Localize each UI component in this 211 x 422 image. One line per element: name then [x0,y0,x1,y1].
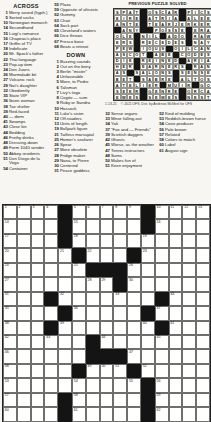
grid-cell[interactable]: 54 [72,378,86,392]
grid-cell[interactable] [100,292,114,306]
grid-cell[interactable] [141,277,155,291]
grid-cell[interactable]: 30 [127,277,141,291]
clue-text: Beats a retreat [60,44,88,49]
grid-cell[interactable] [155,277,169,291]
clues-column-2: 55Plaza59Opposite of altruists62Gummy63C… [53,3,99,174]
grid-cell[interactable] [196,263,210,277]
grid-cell[interactable] [100,321,114,335]
down-clue-51: 51Keen enjoyment [104,164,155,169]
grid-cell[interactable]: 58 [72,393,86,407]
grid-cell[interactable] [196,234,210,248]
grid-cell[interactable]: 46 [3,349,17,363]
grid-cell[interactable]: 31 [3,292,17,306]
grid-cell[interactable]: 48 [3,364,17,378]
cell-number: 13 [198,206,202,210]
grid-cell[interactable] [86,292,100,306]
cell-number: 59 [157,394,161,398]
grid-cell[interactable] [86,306,100,320]
grid-cell[interactable] [141,335,155,349]
grid-cell[interactable] [17,277,31,291]
grid-cell[interactable] [196,321,210,335]
grid-cell[interactable] [17,219,31,233]
grid-cell[interactable] [127,393,141,407]
grid-cell[interactable] [113,306,127,320]
grid-cell[interactable] [182,378,196,392]
cell-number: 34 [170,293,174,297]
grid-cell[interactable]: 18 [72,234,86,248]
grid-cell[interactable] [196,393,210,407]
grid-cell[interactable]: 39 [58,321,72,335]
grid-cell[interactable]: 40 [141,321,155,335]
grid-cell[interactable]: 43 [44,335,58,349]
grid-cell[interactable] [182,349,196,363]
grid-cell[interactable] [182,393,196,407]
grid-cell[interactable] [100,248,114,262]
grid-cell[interactable] [196,349,210,363]
grid-cell[interactable] [58,263,72,277]
cell-number: 25 [74,264,78,268]
grid-cell[interactable]: 52 [141,364,155,378]
grid-cell[interactable] [113,219,127,233]
grid-cell[interactable] [31,277,45,291]
grid-cell[interactable] [196,292,210,306]
grid-cell-black [44,321,58,335]
grid-cell[interactable] [31,321,45,335]
grid-cell[interactable] [100,219,114,233]
grid-cell[interactable] [141,292,155,306]
across-header: ACROSS [2,3,50,9]
grid-cell[interactable] [31,335,45,349]
grid-cell[interactable]: 1 [3,205,17,219]
grid-cell[interactable] [196,277,210,291]
syndication-line: 1-13-21© 2021 UFS, Dist. by Andrews McMe… [105,102,211,106]
grid-cell[interactable]: 35 [3,306,17,320]
cell-number: 50 [101,365,105,369]
grid-cell[interactable] [155,349,169,363]
grid-cell[interactable] [31,292,45,306]
grid-cell[interactable] [44,306,58,320]
cell-number: 60 [5,409,9,413]
grid-cell[interactable] [31,306,45,320]
down-clues-column-4: 52Kind of molding53Reddish-brown horse54… [158,112,210,154]
grid-cell[interactable] [86,378,100,392]
down-clues-column-3: 32Sense organs33Minor falling-out34Yak37… [104,112,155,169]
across-clues-column-1: ACROSS 1Merry sound (hyph.)5Sorted socks… [2,3,50,172]
grid-cell-black [127,248,141,262]
grid-cell[interactable]: 17 [3,234,17,248]
grid-cell[interactable] [58,335,72,349]
grid-cell-black [113,263,127,277]
grid-cell[interactable] [155,263,169,277]
grid-cell[interactable] [182,306,196,320]
grid-cell[interactable] [31,378,45,392]
cell-number: 7 [101,206,103,210]
grid-cell[interactable] [44,393,58,407]
grid-cell[interactable] [100,306,114,320]
grid-cell[interactable]: 14 [3,219,17,233]
grid-cell[interactable] [127,407,141,421]
grid-cell[interactable]: 27 [3,277,17,291]
across-clues-continued: 55Plaza59Opposite of altruists62Gummy63C… [53,3,99,49]
grid-cell[interactable] [182,248,196,262]
cell-number: 58 [74,394,78,398]
grid-cell[interactable]: 26 [127,263,141,277]
grid-cell-black [58,306,72,320]
grid-cell[interactable]: 37 [155,306,169,320]
grid-cell-black [113,277,127,291]
grid-cell[interactable] [31,407,45,421]
grid-cell[interactable]: 10 [155,205,169,219]
grid-cell[interactable] [86,219,100,233]
grid-cell-black [58,393,72,407]
grid-cell[interactable]: 32 [58,292,72,306]
solved-cell: T [205,94,211,100]
down-clue-31: 31Peace goddess [53,169,99,174]
grid-cell[interactable] [127,219,141,233]
grid-cell-black [86,349,100,363]
grid-cell[interactable]: 15 [72,219,86,233]
grid-cell[interactable] [196,335,210,349]
grid-cell[interactable]: 49 [86,364,100,378]
grid-cell[interactable] [182,407,196,421]
clue-number: 54 [2,167,8,172]
crossword-page: { "game": "crossword", "grid_size": 15, … [0,0,211,422]
grid-cell[interactable] [169,277,183,291]
grid-cell[interactable]: 2 [17,205,31,219]
grid-cell[interactable]: 8 [113,205,127,219]
grid-cell[interactable] [44,277,58,291]
grid-cell[interactable] [31,393,45,407]
grid-cell[interactable] [182,234,196,248]
grid-cell[interactable]: 25 [72,263,86,277]
cell-number: 55 [129,380,133,384]
clue-number: 51 [2,157,8,162]
grid-cell[interactable] [17,393,31,407]
clue-text: Keen enjoyment [111,163,142,168]
grid-cell[interactable] [44,349,58,363]
grid-cell[interactable] [17,364,31,378]
grid-cell[interactable] [169,219,183,233]
grid-cell[interactable] [169,234,183,248]
clue-number: 51 [104,164,110,169]
grid-cell[interactable] [155,364,169,378]
cell-number: 17 [5,235,9,239]
grid-cell[interactable] [169,393,183,407]
grid-cell[interactable]: 38 [3,321,17,335]
grid-cell[interactable]: 56 [155,378,169,392]
grid-cell[interactable]: 59 [155,393,169,407]
grid-cell[interactable] [44,364,58,378]
grid-cell[interactable] [86,321,100,335]
grid-cell[interactable]: 16 [155,219,169,233]
previous-puzzle-grid: SPATOSCARPICSEIREATRIAALEEANTETEARJERKER… [113,8,211,101]
across-clue-54: 54Container [2,167,50,172]
grid-cell[interactable] [182,277,196,291]
grid-cell[interactable] [141,263,155,277]
grid-cell[interactable]: 24 [3,263,17,277]
cell-number: 29 [101,279,105,283]
grid-cell[interactable]: 22 [86,248,100,262]
grid-cell-black [141,219,155,233]
cell-number: 38 [5,322,9,326]
grid-cell[interactable]: 11 [169,205,183,219]
grid-cell[interactable] [127,234,141,248]
cell-number: 10 [157,206,161,210]
grid-cell[interactable] [31,234,45,248]
grid-cell[interactable] [17,407,31,421]
cell-number: 31 [5,293,9,297]
grid-cell[interactable] [196,364,210,378]
grid-cell[interactable] [182,321,196,335]
grid-cell[interactable]: 4 [44,205,58,219]
cell-number: 42 [5,336,9,340]
grid-cell[interactable] [169,378,183,392]
grid-cell[interactable] [17,306,31,320]
grid-cell[interactable] [196,378,210,392]
grid-cell[interactable]: 23 [141,248,155,262]
grid-cell[interactable] [182,292,196,306]
grid-cell[interactable] [17,349,31,363]
down-clues-part-1: 1Buzzing sounds2Out on the briny3Berlin … [53,60,99,174]
grid-cell[interactable] [44,234,58,248]
grid-cell[interactable] [72,349,86,363]
cell-number: 40 [143,322,147,326]
grid-cell[interactable] [44,219,58,233]
grid-cell[interactable] [169,263,183,277]
cell-number: 23 [143,250,147,254]
grid-cell[interactable] [196,306,210,320]
clue-number: 31 [53,169,59,174]
cell-number: 1 [5,206,7,210]
across-clue-68: 68Beats a retreat [53,45,99,50]
clue-text: August sign [165,148,187,153]
grid-cell[interactable]: 51 [113,364,127,378]
grid-cell-black [86,335,100,349]
grid-cell[interactable]: 7 [100,205,114,219]
grid-cell[interactable]: 36 [72,306,86,320]
grid-cell[interactable] [127,321,141,335]
grid-cell-black [58,219,72,233]
cell-number: 41 [170,322,174,326]
grid-cell[interactable]: 29 [100,277,114,291]
grid-cell[interactable]: 19 [141,234,155,248]
grid-cell[interactable] [196,248,210,262]
grid-cell-black [141,205,155,219]
grid-cell[interactable]: 34 [169,292,183,306]
down-header: DOWN [53,52,99,58]
grid-cell[interactable] [58,349,72,363]
grid-cell[interactable] [113,234,127,248]
grid-cell[interactable] [113,335,127,349]
grid-cell[interactable]: 47 [127,349,141,363]
grid-cell[interactable] [169,349,183,363]
grid-cell[interactable]: 60 [3,407,17,421]
cell-number: 61 [74,409,78,413]
cell-number: 33 [115,293,119,297]
grid-cell[interactable]: 61 [72,407,86,421]
grid-cell[interactable]: 41 [169,321,183,335]
grid-cell-black [100,263,114,277]
cell-number: 32 [60,293,64,297]
cell-number: 15 [74,221,78,225]
grid-cell[interactable] [58,364,72,378]
grid-cell[interactable] [31,364,45,378]
down-clue-61: 61August sign [158,149,210,154]
grid-cell[interactable] [31,219,45,233]
clue-text: Peace goddess [60,168,90,173]
grid-cell[interactable] [113,321,127,335]
grid-cell[interactable]: 20 [3,248,17,262]
grid-cell[interactable] [169,335,183,349]
grid-cell[interactable] [17,234,31,248]
grid-cell[interactable] [86,393,100,407]
puzzle-date: 1-13-21 [105,102,117,106]
grid-cell[interactable] [196,407,210,421]
cell-number: 19 [143,235,147,239]
grid-cell[interactable] [17,248,31,262]
cell-number: 45 [157,336,161,340]
grid-cell[interactable] [127,306,141,320]
grid-cell-black [155,292,169,306]
grid-cell[interactable] [72,335,86,349]
grid-cell[interactable] [17,335,31,349]
grid-cell[interactable] [58,277,72,291]
grid-cell[interactable]: 57 [3,393,17,407]
grid-cell[interactable]: 55 [127,378,141,392]
grid-cell-black [58,234,72,248]
grid-cell[interactable] [72,321,86,335]
grid-cell[interactable] [86,407,100,421]
grid-cell[interactable] [182,263,196,277]
grid-cell[interactable] [127,292,141,306]
grid-cell[interactable]: 3 [31,205,45,219]
cell-number: 49 [88,365,92,369]
grid-cell-black [100,349,114,363]
grid-cell[interactable] [100,393,114,407]
grid-cell[interactable]: 6 [86,205,100,219]
grid-cell[interactable] [31,248,45,262]
cell-number: 4 [46,206,48,210]
grid-cell[interactable] [17,263,31,277]
grid-cell-black [72,364,86,378]
grid-cell[interactable] [182,219,196,233]
grid-cell[interactable] [169,407,183,421]
grid-cell-black [155,321,169,335]
grid-cell[interactable] [141,349,155,363]
grid-cell[interactable] [169,248,183,262]
cell-number: 8 [115,206,117,210]
cell-number: 6 [88,206,90,210]
grid-cell-black [141,407,155,421]
clue-number: 61 [158,149,164,154]
grid-cell[interactable] [169,364,183,378]
cell-number: 14 [5,221,9,225]
grid-cell[interactable] [17,378,31,392]
grid-cell[interactable] [72,292,86,306]
grid-cell-black [58,205,72,219]
grid-cell[interactable] [196,219,210,233]
grid-cell-black [113,349,127,363]
grid-cell[interactable] [44,263,58,277]
cell-number: 3 [32,206,34,210]
grid-cell[interactable] [72,277,86,291]
cell-number: 47 [129,351,133,355]
cell-number: 18 [74,235,78,239]
grid-cell[interactable]: 13 [196,205,210,219]
grid-cell-black [141,306,155,320]
grid-cell[interactable] [58,378,72,392]
grid-cell[interactable] [155,234,169,248]
previous-puzzle-header: PREVIOUS PUZZLE SOLVED [104,1,211,6]
grid-cell[interactable] [169,306,183,320]
grid-cell[interactable] [155,248,169,262]
grid-cell[interactable] [31,349,45,363]
grid-cell[interactable] [17,321,31,335]
grid-cell[interactable] [182,335,196,349]
grid-cell[interactable] [100,378,114,392]
grid-cell[interactable] [100,407,114,421]
cell-number: 26 [129,264,133,268]
grid-cell-black [44,292,58,306]
grid-cell[interactable] [113,248,127,262]
grid-cell[interactable]: 53 [3,378,17,392]
grid-cell[interactable]: 9 [127,205,141,219]
clue-number: 68 [53,45,59,50]
grid-cell[interactable]: 12 [182,205,196,219]
grid-cell[interactable] [44,378,58,392]
grid-cell[interactable]: 33 [113,292,127,306]
grid-cell-black [127,364,141,378]
grid-cell[interactable] [127,335,141,349]
cell-number: 21 [60,250,64,254]
cell-number: 57 [5,394,9,398]
grid-cell[interactable]: 50 [100,364,114,378]
grid-cell[interactable] [31,263,45,277]
grid-cell[interactable] [17,292,31,306]
grid-cell[interactable] [86,234,100,248]
grid-cell[interactable]: 45 [155,335,169,349]
grid-cell[interactable]: 5 [72,205,86,219]
puzzle-grid: 1234567891011121314151617181920212223242… [2,204,211,422]
cell-number: 30 [129,279,133,283]
cell-number: 46 [5,351,9,355]
cell-number: 11 [170,206,174,210]
grid-cell[interactable]: 62 [155,407,169,421]
grid-cell[interactable] [182,364,196,378]
grid-cell[interactable] [113,393,127,407]
grid-cell[interactable]: 44 [100,335,114,349]
grid-cell-black [86,263,100,277]
cell-number: 24 [5,264,9,268]
cell-number: 36 [74,307,78,311]
cell-number: 35 [5,307,9,311]
grid-cell[interactable]: 42 [3,335,17,349]
grid-cell[interactable] [113,407,127,421]
grid-cell[interactable]: 28 [86,277,100,291]
grid-cell[interactable] [100,234,114,248]
grid-cell[interactable] [44,407,58,421]
grid-cell[interactable] [44,248,58,262]
grid-cell-black [58,407,72,421]
cell-number: 62 [157,409,161,413]
cell-number: 43 [46,336,50,340]
cell-number: 53 [5,380,9,384]
cell-number: 48 [5,365,9,369]
clue-text: Don Diego de la Vega [9,156,40,166]
cell-number: 39 [60,322,64,326]
grid-cell[interactable]: 21 [58,248,72,262]
grid-cell[interactable] [113,378,127,392]
